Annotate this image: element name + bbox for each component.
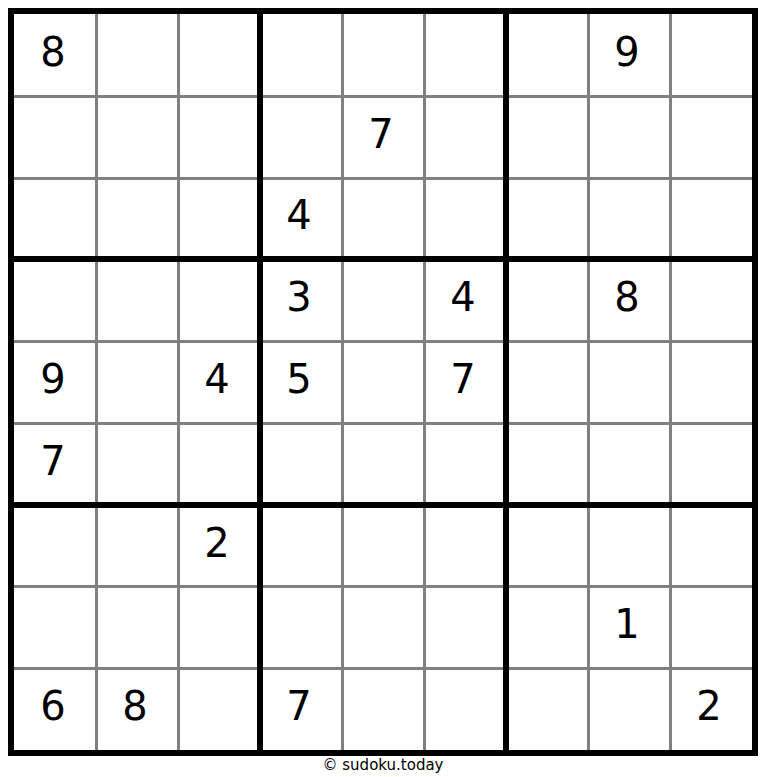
cell-r8c8[interactable]: 1 — [588, 586, 670, 668]
cell-r2c4[interactable] — [260, 96, 342, 178]
cell-r3c9[interactable] — [670, 178, 752, 260]
cell-r7c4[interactable] — [260, 505, 342, 587]
cell-r4c7[interactable] — [506, 259, 588, 341]
cell-r7c8[interactable] — [588, 505, 670, 587]
cell-r3c2[interactable] — [96, 178, 178, 260]
cell-r9c9[interactable]: 2 — [670, 668, 752, 750]
cell-r8c1[interactable] — [14, 586, 96, 668]
cell-r4c2[interactable] — [96, 259, 178, 341]
sudoku-board: 897434894577216872 — [8, 8, 758, 756]
cell-r2c5[interactable]: 7 — [342, 96, 424, 178]
cell-r2c1[interactable] — [14, 96, 96, 178]
cell-r5c1[interactable]: 9 — [14, 341, 96, 423]
cell-r7c3[interactable]: 2 — [178, 505, 260, 587]
cell-r5c6[interactable]: 7 — [424, 341, 506, 423]
cell-r5c5[interactable] — [342, 341, 424, 423]
cell-r1c9[interactable] — [670, 14, 752, 96]
cell-r3c4[interactable]: 4 — [260, 178, 342, 260]
cell-r6c3[interactable] — [178, 423, 260, 505]
cell-r6c8[interactable] — [588, 423, 670, 505]
cell-r2c8[interactable] — [588, 96, 670, 178]
given-digit: 9 — [40, 359, 65, 399]
cell-r2c7[interactable] — [506, 96, 588, 178]
cell-r1c5[interactable] — [342, 14, 424, 96]
cell-r3c1[interactable] — [14, 178, 96, 260]
given-digit: 8 — [40, 32, 65, 72]
cell-r1c6[interactable] — [424, 14, 506, 96]
cell-r6c6[interactable] — [424, 423, 506, 505]
cell-r5c4[interactable]: 5 — [260, 341, 342, 423]
cell-r4c9[interactable] — [670, 259, 752, 341]
cell-r5c8[interactable] — [588, 341, 670, 423]
cell-r9c6[interactable] — [424, 668, 506, 750]
cell-r5c3[interactable]: 4 — [178, 341, 260, 423]
cell-r3c6[interactable] — [424, 178, 506, 260]
cell-r2c2[interactable] — [96, 96, 178, 178]
cell-r2c6[interactable] — [424, 96, 506, 178]
given-digit: 7 — [368, 114, 393, 154]
cell-r9c4[interactable]: 7 — [260, 668, 342, 750]
cell-r3c5[interactable] — [342, 178, 424, 260]
cell-r9c5[interactable] — [342, 668, 424, 750]
cell-r4c6[interactable]: 4 — [424, 259, 506, 341]
cell-r8c3[interactable] — [178, 586, 260, 668]
given-digit: 2 — [204, 523, 229, 563]
given-digit: 8 — [122, 686, 147, 726]
cell-r1c3[interactable] — [178, 14, 260, 96]
cell-r1c1[interactable]: 8 — [14, 14, 96, 96]
given-digit: 5 — [286, 359, 311, 399]
cell-r1c2[interactable] — [96, 14, 178, 96]
cell-r4c8[interactable]: 8 — [588, 259, 670, 341]
given-digit: 2 — [696, 686, 721, 726]
cell-r7c5[interactable] — [342, 505, 424, 587]
page: 897434894577216872 © sudoku.today — [0, 0, 767, 777]
given-digit: 4 — [204, 359, 229, 399]
cell-r4c1[interactable] — [14, 259, 96, 341]
cell-r6c2[interactable] — [96, 423, 178, 505]
cell-r2c3[interactable] — [178, 96, 260, 178]
cells: 897434894577216872 — [14, 14, 752, 750]
cell-r6c9[interactable] — [670, 423, 752, 505]
cell-r9c3[interactable] — [178, 668, 260, 750]
cell-r4c3[interactable] — [178, 259, 260, 341]
cell-r3c8[interactable] — [588, 178, 670, 260]
given-digit: 1 — [614, 604, 639, 644]
cell-r7c7[interactable] — [506, 505, 588, 587]
cell-r7c2[interactable] — [96, 505, 178, 587]
given-digit: 4 — [450, 277, 475, 317]
cell-r3c7[interactable] — [506, 178, 588, 260]
cell-r8c7[interactable] — [506, 586, 588, 668]
cell-r7c1[interactable] — [14, 505, 96, 587]
cell-r5c7[interactable] — [506, 341, 588, 423]
cell-r1c4[interactable] — [260, 14, 342, 96]
given-digit: 3 — [286, 277, 311, 317]
cell-r1c8[interactable]: 9 — [588, 14, 670, 96]
given-digit: 9 — [614, 32, 639, 72]
credit-text: © sudoku.today — [8, 756, 758, 774]
cell-r8c9[interactable] — [670, 586, 752, 668]
given-digit: 7 — [450, 359, 475, 399]
cell-r6c4[interactable] — [260, 423, 342, 505]
cell-r8c2[interactable] — [96, 586, 178, 668]
cell-r1c7[interactable] — [506, 14, 588, 96]
cell-r9c8[interactable] — [588, 668, 670, 750]
cell-r8c4[interactable] — [260, 586, 342, 668]
cell-r6c7[interactable] — [506, 423, 588, 505]
cell-r8c5[interactable] — [342, 586, 424, 668]
cell-r5c9[interactable] — [670, 341, 752, 423]
cell-r9c7[interactable] — [506, 668, 588, 750]
cell-r9c2[interactable]: 8 — [96, 668, 178, 750]
given-digit: 7 — [286, 686, 311, 726]
cell-r9c1[interactable]: 6 — [14, 668, 96, 750]
cell-r3c3[interactable] — [178, 178, 260, 260]
cell-r4c5[interactable] — [342, 259, 424, 341]
given-digit: 8 — [614, 277, 639, 317]
cell-r8c6[interactable] — [424, 586, 506, 668]
given-digit: 6 — [40, 686, 65, 726]
given-digit: 7 — [40, 441, 65, 481]
cell-r7c6[interactable] — [424, 505, 506, 587]
cell-r6c1[interactable]: 7 — [14, 423, 96, 505]
cell-r2c9[interactable] — [670, 96, 752, 178]
cell-r5c2[interactable] — [96, 341, 178, 423]
given-digit: 4 — [286, 195, 311, 235]
cell-r4c4[interactable]: 3 — [260, 259, 342, 341]
cell-r6c5[interactable] — [342, 423, 424, 505]
cell-r7c9[interactable] — [670, 505, 752, 587]
